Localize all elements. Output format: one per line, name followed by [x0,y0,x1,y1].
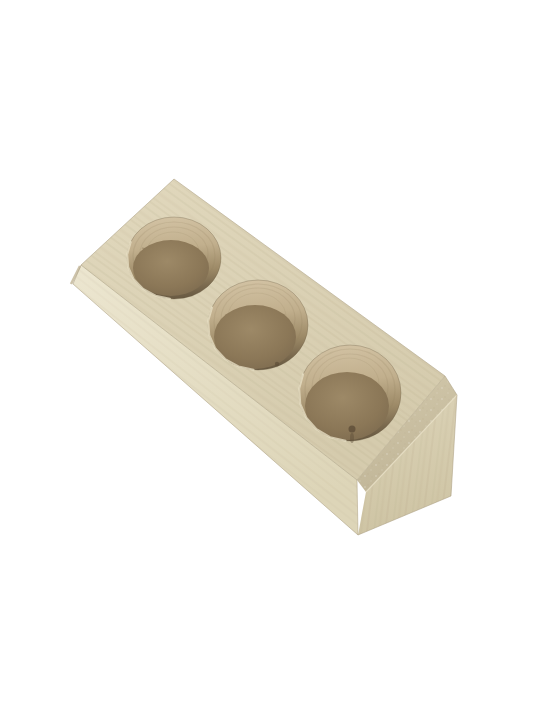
hole-3-knot-spot [349,426,356,433]
hole-2-knot-spot [275,362,279,366]
hole-1 [127,217,221,299]
wooden-block-illustration [0,0,547,711]
hole-1-floor [133,240,209,296]
product-photo [0,0,547,711]
hole-2 [208,280,308,370]
hole-3-knot-drip [350,433,354,443]
